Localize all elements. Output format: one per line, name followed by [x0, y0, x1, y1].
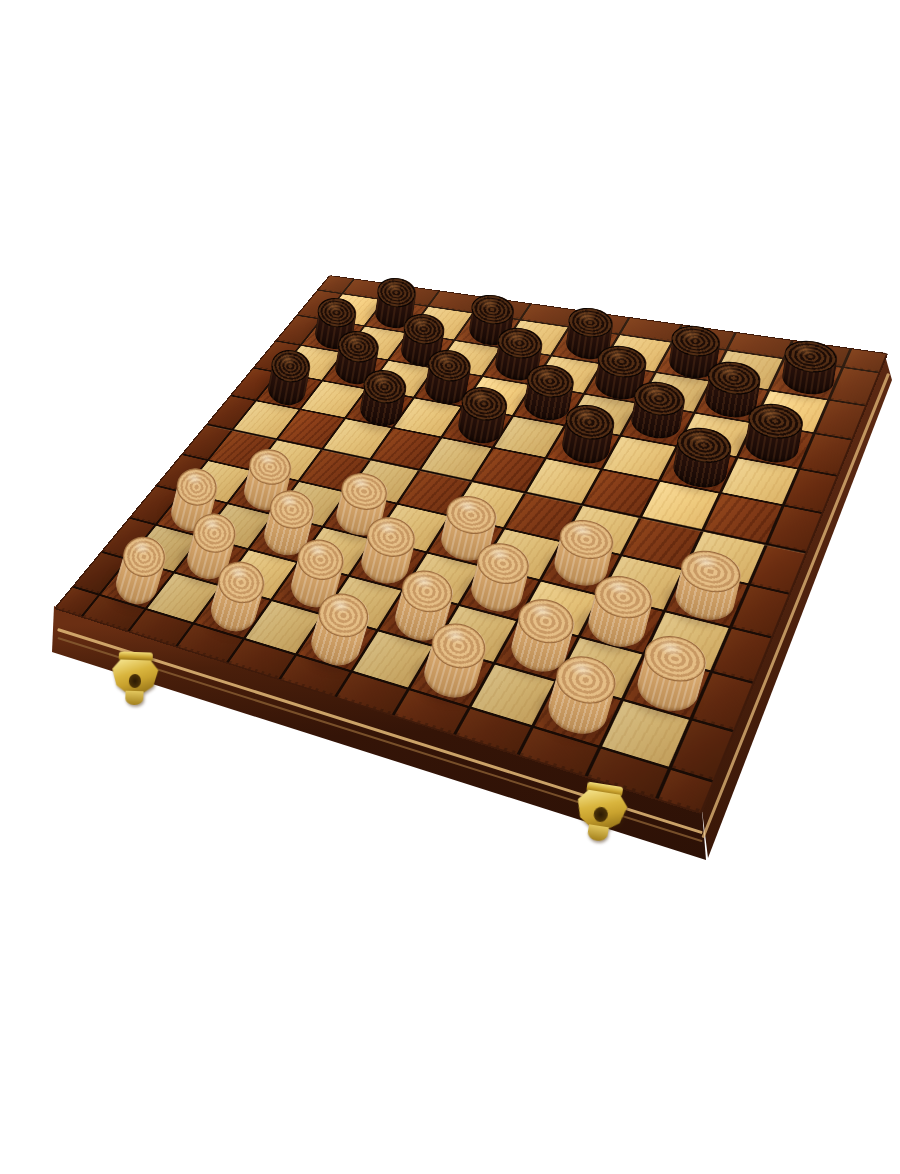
clasp-hook — [125, 691, 144, 706]
product-photo-scene — [0, 0, 900, 1174]
clasp-hook — [587, 824, 609, 842]
brass-clasp-front — [572, 780, 630, 845]
brass-clasp-left — [111, 651, 159, 707]
